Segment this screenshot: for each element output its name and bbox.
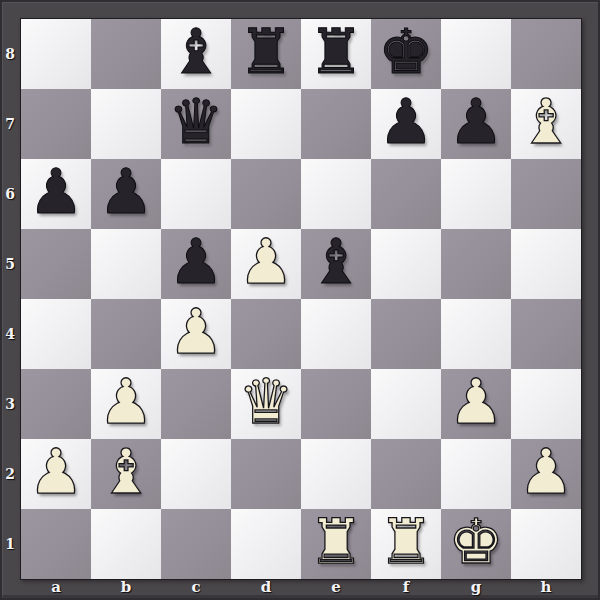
rank-labels: 87654321 (0, 19, 20, 579)
square-h5[interactable] (511, 229, 581, 299)
black-pawn-piece[interactable]: ♟ (448, 91, 504, 153)
black-pawn-piece[interactable]: ♟ (378, 91, 434, 153)
square-f8[interactable]: ♚ (371, 19, 441, 89)
white-pawn-piece[interactable]: ♟ (98, 371, 154, 433)
black-king-piece[interactable]: ♚ (378, 21, 434, 83)
black-rook-piece[interactable]: ♜ (238, 21, 294, 83)
square-c6[interactable] (161, 159, 231, 229)
square-g6[interactable] (441, 159, 511, 229)
square-b8[interactable] (91, 19, 161, 89)
square-a5[interactable] (21, 229, 91, 299)
square-h2[interactable]: ♟ (511, 439, 581, 509)
square-f2[interactable] (371, 439, 441, 509)
square-b4[interactable] (91, 299, 161, 369)
square-e1[interactable]: ♜ (301, 509, 371, 579)
file-label-b: b (91, 578, 161, 598)
square-b7[interactable] (91, 89, 161, 159)
square-e4[interactable] (301, 299, 371, 369)
white-rook-piece[interactable]: ♜ (308, 511, 364, 573)
square-a4[interactable] (21, 299, 91, 369)
square-d5[interactable]: ♟ (231, 229, 301, 299)
rank-label-2: 2 (0, 439, 20, 509)
rank-label-8: 8 (0, 19, 20, 89)
square-a6[interactable]: ♟ (21, 159, 91, 229)
black-pawn-piece[interactable]: ♟ (168, 231, 224, 293)
square-e3[interactable] (301, 369, 371, 439)
square-f7[interactable]: ♟ (371, 89, 441, 159)
file-label-h: h (511, 578, 581, 598)
rank-label-6: 6 (0, 159, 20, 229)
white-pawn-piece[interactable]: ♟ (448, 371, 504, 433)
black-bishop-piece[interactable]: ♝ (308, 231, 364, 293)
square-f3[interactable] (371, 369, 441, 439)
white-pawn-piece[interactable]: ♟ (518, 441, 574, 503)
square-h6[interactable] (511, 159, 581, 229)
rank-label-1: 1 (0, 509, 20, 579)
square-a1[interactable] (21, 509, 91, 579)
square-g5[interactable] (441, 229, 511, 299)
square-b1[interactable] (91, 509, 161, 579)
square-g4[interactable] (441, 299, 511, 369)
square-c5[interactable]: ♟ (161, 229, 231, 299)
square-e8[interactable]: ♜ (301, 19, 371, 89)
white-bishop-piece[interactable]: ♝ (518, 91, 574, 153)
black-pawn-piece[interactable]: ♟ (28, 161, 84, 223)
rank-label-5: 5 (0, 229, 20, 299)
white-pawn-piece[interactable]: ♟ (238, 231, 294, 293)
square-a8[interactable] (21, 19, 91, 89)
square-d2[interactable] (231, 439, 301, 509)
file-label-c: c (161, 578, 231, 598)
square-b2[interactable]: ♝ (91, 439, 161, 509)
black-queen-piece[interactable]: ♛ (168, 91, 224, 153)
square-d6[interactable] (231, 159, 301, 229)
square-g2[interactable] (441, 439, 511, 509)
square-e2[interactable] (301, 439, 371, 509)
white-king-piece[interactable]: ♚ (448, 511, 504, 573)
rank-label-3: 3 (0, 369, 20, 439)
square-b6[interactable]: ♟ (91, 159, 161, 229)
file-label-a: a (21, 578, 91, 598)
square-h4[interactable] (511, 299, 581, 369)
square-f5[interactable] (371, 229, 441, 299)
square-d1[interactable] (231, 509, 301, 579)
square-h1[interactable] (511, 509, 581, 579)
white-queen-piece[interactable]: ♛ (238, 371, 294, 433)
square-h8[interactable] (511, 19, 581, 89)
square-f6[interactable] (371, 159, 441, 229)
square-b5[interactable] (91, 229, 161, 299)
file-label-d: d (231, 578, 301, 598)
square-a2[interactable]: ♟ (21, 439, 91, 509)
black-bishop-piece[interactable]: ♝ (168, 21, 224, 83)
square-h7[interactable]: ♝ (511, 89, 581, 159)
square-e6[interactable] (301, 159, 371, 229)
board: ♝♜♜♚♛♟♟♝♟♟♟♟♝♟♟♛♟♟♝♟♜♜♚ (20, 18, 582, 580)
square-d3[interactable]: ♛ (231, 369, 301, 439)
square-g7[interactable]: ♟ (441, 89, 511, 159)
square-d4[interactable] (231, 299, 301, 369)
chessboard-frame: 87654321 ♝♜♜♚♛♟♟♝♟♟♟♟♝♟♟♛♟♟♝♟♜♜♚ abcdefg… (0, 0, 600, 600)
white-pawn-piece[interactable]: ♟ (28, 441, 84, 503)
square-g3[interactable]: ♟ (441, 369, 511, 439)
square-g8[interactable] (441, 19, 511, 89)
square-e5[interactable]: ♝ (301, 229, 371, 299)
file-label-e: e (301, 578, 371, 598)
file-label-g: g (441, 578, 511, 598)
square-a3[interactable] (21, 369, 91, 439)
black-rook-piece[interactable]: ♜ (308, 21, 364, 83)
square-f4[interactable] (371, 299, 441, 369)
square-h3[interactable] (511, 369, 581, 439)
square-c8[interactable]: ♝ (161, 19, 231, 89)
rank-label-4: 4 (0, 299, 20, 369)
file-labels: abcdefgh (21, 578, 581, 598)
square-a7[interactable] (21, 89, 91, 159)
rank-label-7: 7 (0, 89, 20, 159)
square-e7[interactable] (301, 89, 371, 159)
white-pawn-piece[interactable]: ♟ (168, 301, 224, 363)
white-rook-piece[interactable]: ♜ (378, 511, 434, 573)
square-c1[interactable] (161, 509, 231, 579)
square-d7[interactable] (231, 89, 301, 159)
white-bishop-piece[interactable]: ♝ (98, 441, 154, 503)
square-c7[interactable]: ♛ (161, 89, 231, 159)
black-pawn-piece[interactable]: ♟ (98, 161, 154, 223)
square-b3[interactable]: ♟ (91, 369, 161, 439)
square-c4[interactable]: ♟ (161, 299, 231, 369)
file-label-f: f (371, 578, 441, 598)
square-c2[interactable] (161, 439, 231, 509)
square-f1[interactable]: ♜ (371, 509, 441, 579)
square-g1[interactable]: ♚ (441, 509, 511, 579)
square-d8[interactable]: ♜ (231, 19, 301, 89)
square-c3[interactable] (161, 369, 231, 439)
